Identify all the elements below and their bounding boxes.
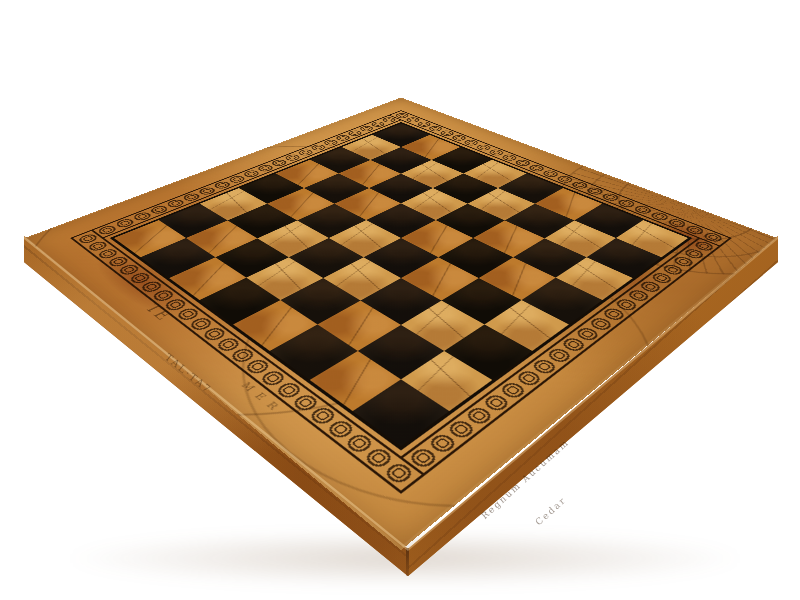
- scene: TEM E R TAL·TA7Regnum AucumamCedar: [0, 0, 800, 600]
- board-corner-seam: [406, 548, 409, 576]
- chessboard: TEM E R: [25, 98, 777, 551]
- map-label: Cedar: [533, 495, 568, 528]
- board-surface: TEM E R: [25, 98, 777, 551]
